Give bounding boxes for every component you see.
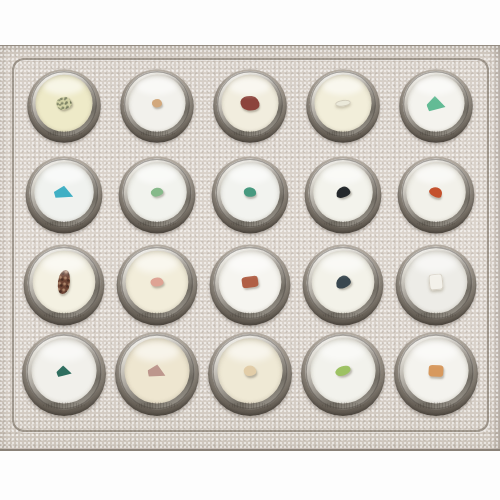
gem-jar	[116, 244, 197, 325]
jar-foam-pad	[405, 250, 468, 313]
jar-cell-r1c2	[110, 61, 203, 151]
specimen-stone	[53, 185, 74, 200]
specimen-stone	[152, 99, 162, 107]
specimen-stone	[150, 277, 164, 287]
gem-jar	[394, 332, 478, 416]
jar-metal-rim	[119, 334, 195, 410]
gem-jar	[23, 244, 104, 325]
tray-hole-shadow	[301, 332, 385, 416]
jar-cell-r4c1	[17, 330, 110, 420]
jar-metal-rim	[214, 246, 287, 319]
jar-metal-rim	[120, 246, 193, 319]
jar-cell-r2c4	[297, 151, 390, 241]
jar-foam-pad	[32, 250, 95, 313]
jar-grid	[17, 61, 483, 419]
tray-hole-shadow	[213, 69, 287, 143]
tray-hole-shadow	[212, 157, 289, 234]
jar-metal-rim	[122, 159, 191, 228]
gem-jar	[212, 157, 289, 234]
glass-reflection-highlight	[322, 166, 364, 184]
jar-cell-r2c3	[203, 151, 296, 241]
specimen-stone	[429, 273, 445, 291]
tray-hole-shadow	[25, 157, 102, 234]
jar-metal-rim	[217, 71, 283, 137]
glass-reflection-highlight	[413, 342, 459, 362]
tray-hole-shadow	[400, 69, 474, 143]
specimen-stone	[241, 275, 259, 288]
tray-hole-shadow	[210, 244, 291, 325]
photo-of-specimen-tray	[0, 0, 500, 500]
gem-jar	[25, 157, 102, 234]
jar-cell-r3c4	[297, 240, 390, 330]
jar-metal-rim	[310, 71, 376, 137]
gem-jar	[306, 69, 380, 143]
gem-jar	[210, 244, 291, 325]
tray-hole-shadow	[118, 157, 195, 234]
jar-foam-pad	[128, 74, 185, 131]
tray-hole-shadow	[208, 332, 292, 416]
jar-cell-r4c2	[110, 330, 203, 420]
gem-jar	[118, 157, 195, 234]
tray-hole-shadow	[22, 332, 106, 416]
jar-metal-rim	[402, 159, 471, 228]
jar-foam-pad	[221, 74, 278, 131]
specimen-stone	[56, 269, 71, 295]
jar-cell-r1c3	[203, 61, 296, 151]
jar-foam-pad	[127, 163, 187, 223]
jar-metal-rim	[400, 246, 473, 319]
specimen-stone	[428, 185, 444, 200]
jar-cell-r1c4	[297, 61, 390, 151]
tray-hole-shadow	[396, 244, 477, 325]
specimen-stone	[243, 187, 256, 198]
tray-hole-shadow	[303, 244, 384, 325]
tray-hole-shadow	[306, 69, 380, 143]
specimen-stone	[55, 95, 73, 110]
jar-metal-rim	[307, 246, 380, 319]
jar-foam-pad	[34, 163, 94, 223]
specimen-stone	[147, 363, 167, 379]
specimen-stone	[239, 94, 260, 111]
jar-metal-rim	[29, 159, 98, 228]
jar-cell-r4c3	[203, 330, 296, 420]
jar-foam-pad	[35, 74, 92, 131]
gem-jar	[208, 332, 292, 416]
jar-metal-rim	[124, 71, 190, 137]
glass-reflection-highlight	[414, 254, 458, 273]
jar-cell-r1c5	[390, 61, 483, 151]
jar-foam-pad	[124, 339, 189, 404]
jar-cell-r2c1	[17, 151, 110, 241]
gem-jar	[120, 69, 194, 143]
jar-foam-pad	[220, 163, 280, 223]
tray-hole-shadow	[305, 157, 382, 234]
jar-cell-r3c2	[110, 240, 203, 330]
glass-reflection-highlight	[136, 77, 176, 94]
glass-reflection-highlight	[133, 342, 179, 362]
tray-hole-shadow	[23, 244, 104, 325]
specimen-stone	[335, 99, 351, 108]
glass-reflection-highlight	[416, 77, 456, 94]
jar-metal-rim	[27, 246, 100, 319]
gem-jar	[213, 69, 287, 143]
gem-jar	[115, 332, 199, 416]
jar-metal-rim	[26, 334, 102, 410]
gem-jar	[22, 332, 106, 416]
jar-foam-pad	[217, 339, 282, 404]
jar-metal-rim	[403, 71, 469, 137]
jar-cell-r3c1	[17, 240, 110, 330]
jar-cell-r2c2	[110, 151, 203, 241]
tray-hole-shadow	[398, 157, 475, 234]
jar-cell-r4c5	[390, 330, 483, 420]
jar-cell-r3c3	[203, 240, 296, 330]
jar-cell-r3c5	[390, 240, 483, 330]
glass-reflection-highlight	[229, 166, 271, 184]
jar-foam-pad	[404, 339, 469, 404]
tray-hole-shadow	[394, 332, 478, 416]
jar-foam-pad	[313, 163, 373, 223]
jar-foam-pad	[408, 74, 465, 131]
jar-foam-pad	[31, 339, 96, 404]
glass-reflection-highlight	[40, 342, 86, 362]
tray-hole-shadow	[120, 69, 194, 143]
jar-foam-pad	[315, 74, 372, 131]
glass-reflection-highlight	[415, 166, 457, 184]
glass-reflection-highlight	[227, 254, 271, 273]
jar-metal-rim	[212, 334, 288, 410]
jar-foam-pad	[311, 339, 376, 404]
jar-metal-rim	[305, 334, 381, 410]
tray-hole-shadow	[115, 332, 199, 416]
tray-hole-shadow	[27, 69, 101, 143]
glass-reflection-highlight	[227, 342, 273, 362]
jar-metal-rim	[215, 159, 284, 228]
glass-reflection-highlight	[135, 166, 177, 184]
gem-jar	[305, 157, 382, 234]
specimen-stone	[55, 365, 72, 378]
jar-foam-pad	[312, 250, 375, 313]
specimen-stone	[150, 187, 164, 198]
jar-foam-pad	[219, 250, 282, 313]
jar-cell-r2c5	[390, 151, 483, 241]
glass-reflection-highlight	[43, 77, 83, 94]
jar-cell-r1c1	[17, 61, 110, 151]
glass-reflection-highlight	[323, 77, 363, 94]
jar-foam-pad	[125, 250, 188, 313]
gem-jar	[396, 244, 477, 325]
specimen-stone	[335, 185, 352, 199]
specimen-stone	[334, 364, 352, 378]
jar-cell-r4c4	[297, 330, 390, 420]
gem-jar	[398, 157, 475, 234]
jar-metal-rim	[309, 159, 378, 228]
specimen-tray	[0, 45, 500, 451]
gem-jar	[400, 69, 474, 143]
specimen-stone	[426, 94, 447, 112]
gem-jar	[301, 332, 385, 416]
gem-jar	[27, 69, 101, 143]
jar-metal-rim	[399, 334, 475, 410]
specimen-stone	[244, 366, 257, 377]
specimen-stone	[334, 273, 352, 290]
tray-hole-shadow	[116, 244, 197, 325]
glass-reflection-highlight	[320, 342, 366, 362]
glass-reflection-highlight	[229, 77, 269, 94]
glass-reflection-highlight	[321, 254, 365, 273]
specimen-stone	[429, 365, 444, 377]
glass-reflection-highlight	[134, 254, 178, 273]
glass-reflection-highlight	[42, 166, 84, 184]
jar-metal-rim	[30, 71, 96, 137]
gem-jar	[303, 244, 384, 325]
jar-foam-pad	[407, 163, 467, 223]
